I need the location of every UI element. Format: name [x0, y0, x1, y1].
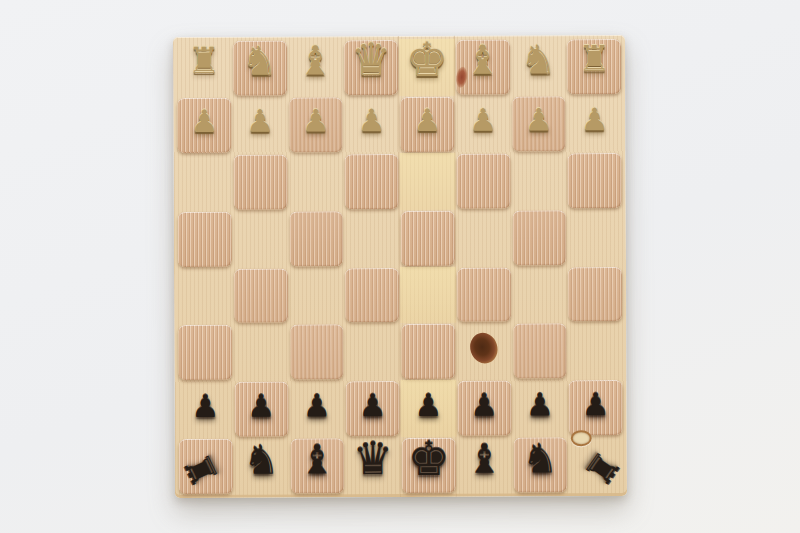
- square-e6[interactable]: [400, 153, 456, 210]
- square-f1[interactable]: ♝: [456, 437, 512, 494]
- raised-tile: [513, 324, 567, 379]
- square-a2[interactable]: ♟: [177, 381, 233, 438]
- raised-tile: [178, 211, 232, 266]
- square-e5[interactable]: [400, 209, 456, 266]
- square-f4[interactable]: [456, 266, 512, 323]
- square-c6[interactable]: [288, 153, 344, 210]
- chess-board: ♜♞♝♛♚♝♞♜♟♟♟♟♟♟♟♟♟♟♟♟♟♟♟♟♜♞♝♛♚♝♞♜: [173, 35, 627, 498]
- raised-tile: [289, 211, 343, 266]
- square-a3[interactable]: [177, 324, 233, 381]
- square-g5[interactable]: [511, 209, 567, 266]
- square-e4[interactable]: [400, 266, 456, 323]
- raised-tile: [401, 324, 455, 379]
- square-f7[interactable]: ♟: [455, 95, 511, 152]
- square-e8[interactable]: ♚: [399, 39, 455, 96]
- square-g7[interactable]: ♟: [511, 95, 567, 152]
- square-a6[interactable]: [177, 153, 233, 210]
- square-e7[interactable]: ♟: [399, 96, 455, 153]
- square-h5[interactable]: [567, 209, 623, 266]
- raised-tile: [345, 268, 399, 323]
- raised-tile: [233, 154, 287, 209]
- raised-tile: [234, 268, 288, 323]
- raised-tile: [568, 267, 622, 322]
- square-h4[interactable]: [567, 266, 623, 323]
- raised-tile: [345, 154, 399, 209]
- square-f6[interactable]: [455, 152, 511, 209]
- square-a1[interactable]: ♜: [178, 438, 234, 495]
- square-b7[interactable]: ♟: [232, 96, 288, 153]
- square-h7[interactable]: ♟: [567, 95, 623, 152]
- raised-tile: [401, 210, 455, 265]
- square-f5[interactable]: [456, 209, 512, 266]
- square-g6[interactable]: [511, 152, 567, 209]
- square-a8[interactable]: ♜: [176, 40, 232, 97]
- square-f2[interactable]: ♟: [456, 380, 512, 437]
- square-e1[interactable]: ♚: [401, 437, 457, 494]
- raised-tile: [290, 325, 344, 380]
- square-b5[interactable]: [233, 210, 289, 267]
- square-c1[interactable]: ♝: [289, 437, 345, 494]
- raised-tile: [457, 267, 511, 322]
- square-a5[interactable]: [177, 210, 233, 267]
- square-h6[interactable]: [567, 152, 623, 209]
- square-c5[interactable]: [288, 210, 344, 267]
- square-d5[interactable]: [344, 210, 400, 267]
- square-e3[interactable]: [400, 323, 456, 380]
- square-d1[interactable]: ♛: [345, 437, 401, 494]
- square-a4[interactable]: [177, 267, 233, 324]
- raised-tile: [568, 153, 622, 208]
- square-c7[interactable]: ♟: [288, 96, 344, 153]
- square-b8[interactable]: ♞: [232, 39, 288, 96]
- photo-backdrop: ♜♞♝♛♚♝♞♜♟♟♟♟♟♟♟♟♟♟♟♟♟♟♟♟♜♞♝♛♚♝♞♜: [0, 0, 800, 533]
- square-b6[interactable]: [232, 153, 288, 210]
- square-a7[interactable]: ♟: [176, 97, 232, 154]
- raised-tile: [178, 325, 232, 380]
- square-d8[interactable]: ♛: [343, 39, 399, 96]
- square-d6[interactable]: [344, 153, 400, 210]
- square-g2[interactable]: ♟: [512, 380, 568, 437]
- square-e2[interactable]: ♟: [400, 380, 456, 437]
- square-h3[interactable]: [567, 322, 623, 379]
- square-c2[interactable]: ♟: [289, 380, 345, 437]
- square-d4[interactable]: [344, 267, 400, 324]
- square-b4[interactable]: [233, 267, 289, 324]
- square-g1[interactable]: ♞: [512, 436, 568, 493]
- square-h1[interactable]: ♜: [568, 436, 624, 493]
- square-c4[interactable]: [289, 267, 345, 324]
- square-f8[interactable]: ♝: [455, 39, 511, 96]
- raised-tile: [456, 153, 510, 208]
- square-f3[interactable]: [456, 323, 512, 380]
- square-g3[interactable]: [512, 323, 568, 380]
- square-d7[interactable]: ♟: [344, 96, 400, 153]
- raised-tile: [512, 210, 566, 265]
- square-c8[interactable]: ♝: [288, 39, 344, 96]
- dark-rook-piece[interactable]: ♜: [586, 445, 618, 491]
- square-g4[interactable]: [511, 266, 567, 323]
- square-h2[interactable]: ♟: [568, 379, 624, 436]
- square-d3[interactable]: [344, 323, 400, 380]
- square-h8[interactable]: ♜: [566, 38, 622, 95]
- square-c3[interactable]: [289, 324, 345, 381]
- square-g8[interactable]: ♞: [511, 38, 567, 95]
- square-b2[interactable]: ♟: [233, 381, 289, 438]
- square-b3[interactable]: [233, 324, 289, 381]
- square-b1[interactable]: ♞: [233, 438, 289, 495]
- square-d2[interactable]: ♟: [345, 380, 401, 437]
